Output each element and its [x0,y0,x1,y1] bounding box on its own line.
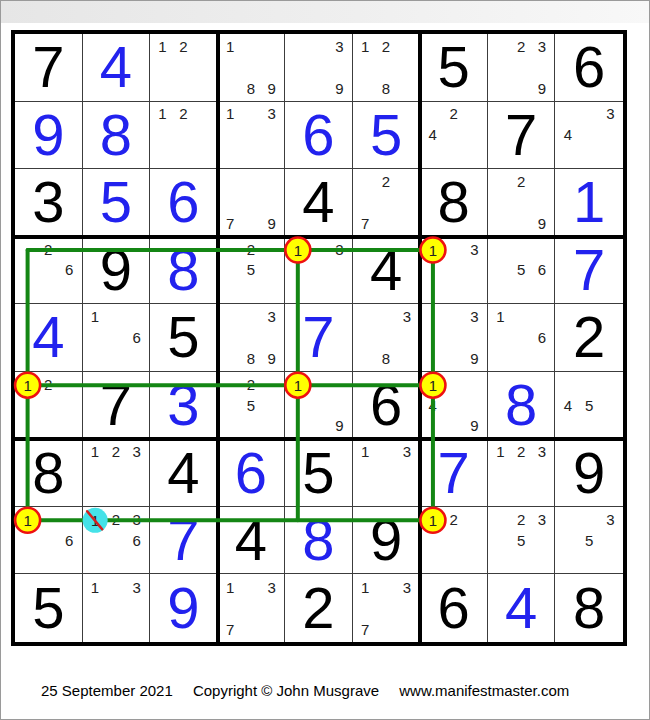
given-digit: 5 [302,444,334,502]
given-digit: 6 [370,376,402,434]
pencil-mark-4 [85,327,106,348]
pencil-mark-7 [17,415,38,436]
cell-r8c3: 7 [150,507,218,575]
pencil-mark-8 [511,213,532,234]
pencil-mark-4 [355,462,376,483]
pencil-mark-8 [241,280,262,301]
pencil-marks: 13 [83,574,150,642]
given-digit: 2 [302,579,334,637]
pencil-mark-8: 8 [241,78,262,99]
box-border-horizontal-2 [15,437,623,441]
pencil-mark-4 [152,57,173,78]
pencil-marks: 35 [555,507,623,574]
pencil-mark-5 [376,192,397,213]
pencil-mark-6: 6 [59,530,80,551]
pencil-mark-8 [579,145,600,166]
pencil-mark-7: 7 [355,619,376,640]
pencil-mark-2 [241,306,262,327]
pencil-mark-3 [59,509,80,530]
pencil-mark-1 [220,239,241,260]
solved-digit: 4 [32,308,64,366]
pencil-mark-9 [600,145,621,166]
pencil-mark-4 [490,57,511,78]
solved-digit: 8 [167,241,199,299]
pencil-mark-7 [490,483,511,504]
pencil-mark-7 [85,551,106,572]
pencil-marks: 12 [420,507,487,574]
pencil-mark-3: 3 [261,576,282,597]
cell-r6c9: 45 [555,372,623,440]
pencil-mark-1: 1 [85,306,106,327]
pencil-mark-3 [600,374,621,395]
pencil-mark-2 [308,239,329,260]
cell-r6c4: 25 [218,372,286,440]
pencil-mark-9 [126,483,147,504]
pencil-mark-7 [422,348,443,369]
pencil-mark-8 [376,213,397,234]
pencil-mark-4 [17,260,38,281]
cell-r3c4: 79 [218,169,286,237]
cell-r7c2: 123 [83,439,151,507]
pencil-mark-4 [355,57,376,78]
pencil-mark-1: 1 [17,509,38,530]
pencil-mark-7: 7 [220,619,241,640]
pencil-mark-2: 2 [38,374,59,395]
cell-r6c1: 12 [15,372,83,440]
pencil-mark-7 [490,213,511,234]
pencil-mark-4: 4 [422,124,443,145]
cell-r1c4: 189 [218,34,286,102]
cell-r9c9: 8 [555,574,623,642]
pencil-marks: 16 [15,507,82,574]
pencil-mark-9 [59,415,80,436]
pencil-mark-8 [376,483,397,504]
cell-r5c2: 16 [83,304,151,372]
given-digit: 3 [32,173,64,231]
cell-r9c5: 2 [285,574,353,642]
pencil-marks: 137 [353,574,420,642]
pencil-mark-1: 1 [287,239,308,260]
pencil-mark-6 [126,462,147,483]
pencil-mark-4: 4 [557,124,578,145]
pencil-mark-6: 6 [126,327,147,348]
pencil-mark-8 [241,213,262,234]
solved-digit: 9 [167,579,199,637]
pencil-mark-1: 1 [17,374,38,395]
pencil-marks: 79 [218,169,285,236]
pencil-mark-2 [443,374,464,395]
pencil-mark-4 [287,395,308,416]
pencil-mark-1: 1 [422,239,443,260]
pencil-mark-1 [220,171,241,192]
pencil-mark-3 [396,171,417,192]
cell-r2c3: 12 [150,102,218,170]
pencil-marks: 13 [353,439,420,506]
pencil-mark-6 [126,598,147,619]
given-digit: 5 [437,38,469,96]
pencil-mark-5 [241,598,262,619]
pencil-mark-6 [261,327,282,348]
solved-digit: 3 [167,376,199,434]
cell-r8c6: 9 [353,507,421,575]
pencil-marks: 1236 [83,507,150,574]
cell-r5c7: 39 [420,304,488,372]
pencil-mark-3: 3 [329,239,350,260]
pencil-mark-5 [241,192,262,213]
pencil-mark-1: 1 [85,441,106,462]
pencil-mark-4: 4 [557,395,578,416]
pencil-marks: 239 [488,34,555,101]
pencil-mark-1: 1 [220,576,241,597]
pencil-mark-3: 3 [396,576,417,597]
pencil-mark-4 [422,530,443,551]
pencil-mark-8 [173,145,194,166]
pencil-mark-1 [220,306,241,327]
pencil-mark-2 [443,239,464,260]
pencil-mark-2: 2 [443,104,464,125]
cell-r8c2: 1236 [83,507,151,575]
pencil-mark-8 [105,348,126,369]
pencil-mark-3 [396,36,417,57]
pencil-mark-5 [443,124,464,145]
pencil-mark-8 [511,280,532,301]
cell-r9c6: 137 [353,574,421,642]
pencil-mark-6 [59,395,80,416]
given-digit: 4 [302,173,334,231]
pencil-mark-6 [600,530,621,551]
pencil-mark-4 [557,530,578,551]
pencil-mark-8 [443,415,464,436]
cell-r9c7: 6 [420,574,488,642]
pencil-mark-2: 2 [511,171,532,192]
pencil-marks: 16 [83,304,150,371]
pencil-mark-6 [261,260,282,281]
pencil-marks: 24 [420,102,487,169]
pencil-mark-4 [220,327,241,348]
pencil-mark-6 [261,192,282,213]
pencil-mark-4 [490,462,511,483]
pencil-mark-8 [241,145,262,166]
pencil-mark-5: 5 [241,260,262,281]
pencil-mark-7: 7 [355,213,376,234]
cell-r9c3: 9 [150,574,218,642]
pencil-mark-4 [490,530,511,551]
pencil-mark-9 [396,78,417,99]
pencil-mark-3 [261,374,282,395]
cell-r4c1: 26 [15,237,83,305]
cell-r7c4: 6 [218,439,286,507]
pencil-mark-8 [511,78,532,99]
pencil-mark-9 [464,551,485,572]
cell-r2c1: 9 [15,102,83,170]
pencil-mark-6 [600,395,621,416]
pencil-mark-8 [308,415,329,436]
pencil-mark-8 [38,280,59,301]
pencil-mark-4 [85,462,106,483]
pencil-mark-7 [287,415,308,436]
pencil-mark-3 [464,104,485,125]
cell-r1c9: 6 [555,34,623,102]
pencil-mark-1: 1 [152,36,173,57]
pencil-mark-2: 2 [173,36,194,57]
pencil-mark-6 [396,57,417,78]
given-digit: 4 [235,511,267,569]
pencil-marks: 13 [420,237,487,304]
pencil-mark-5: 5 [241,395,262,416]
given-digit: 9 [100,241,132,299]
pencil-mark-6: 6 [532,260,553,281]
pencil-mark-8: 8 [376,348,397,369]
pencil-mark-2: 2 [443,509,464,530]
pencil-mark-1 [422,306,443,327]
cell-r1c7: 5 [420,34,488,102]
pencil-mark-9 [532,483,553,504]
pencil-marks: 123 [488,439,555,506]
cell-r1c2: 4 [83,34,151,102]
pencil-mark-1: 1 [287,374,308,395]
pencil-mark-9 [396,348,417,369]
pencil-mark-5: 5 [579,530,600,551]
pencil-mark-5: 5 [511,530,532,551]
sudoku-board-cells: 7412189391285239698121365247343567942782… [15,34,623,642]
pencil-mark-7 [490,78,511,99]
pencil-mark-5 [173,57,194,78]
cell-r4c9: 7 [555,237,623,305]
given-digit: 6 [573,38,605,96]
pencil-mark-9: 9 [464,348,485,369]
pencil-mark-3 [261,36,282,57]
pencil-mark-4 [152,124,173,145]
cell-r9c4: 137 [218,574,286,642]
pencil-mark-1: 1 [85,509,106,530]
pencil-mark-4 [220,395,241,416]
solved-digit: 4 [505,579,537,637]
pencil-mark-4 [490,327,511,348]
pencil-mark-3 [464,374,485,395]
pencil-mark-9 [126,619,147,640]
pencil-mark-4 [422,327,443,348]
cell-r7c1: 8 [15,439,83,507]
pencil-marks: 189 [218,34,285,101]
cell-r3c5: 4 [285,169,353,237]
pencil-mark-9 [396,619,417,640]
pencil-marks: 45 [555,372,623,439]
solved-digit: 6 [167,173,199,231]
pencil-mark-8: 8 [376,78,397,99]
pencil-mark-4 [220,260,241,281]
pencil-mark-3: 3 [261,104,282,125]
pencil-mark-2: 2 [173,104,194,125]
pencil-mark-7 [220,145,241,166]
pencil-marks: 13 [285,237,352,304]
pencil-marks: 235 [488,507,555,574]
pencil-mark-5 [308,57,329,78]
pencil-mark-2: 2 [241,374,262,395]
pencil-marks: 56 [488,237,555,304]
pencil-mark-3 [261,171,282,192]
pencil-mark-5 [105,530,126,551]
solved-digit: 8 [100,106,132,164]
cell-r9c2: 13 [83,574,151,642]
pencil-mark-2: 2 [511,441,532,462]
cell-r7c9: 9 [555,439,623,507]
pencil-mark-5 [173,124,194,145]
cell-r2c9: 34 [555,102,623,170]
pencil-mark-6 [532,462,553,483]
pencil-mark-4 [355,327,376,348]
solved-digit: 8 [302,511,334,569]
pencil-mark-1 [557,104,578,125]
box-border-horizontal-1 [15,235,623,239]
pencil-mark-5 [511,192,532,213]
pencil-mark-3: 3 [600,104,621,125]
pencil-mark-5 [443,395,464,416]
pencil-marks: 12 [150,34,217,101]
cell-r5c4: 389 [218,304,286,372]
pencil-mark-6 [396,598,417,619]
pencil-mark-8 [308,280,329,301]
pencil-mark-5 [376,462,397,483]
pencil-mark-4 [220,192,241,213]
pencil-marks: 29 [488,169,555,236]
cell-r2c6: 5 [353,102,421,170]
pencil-mark-6 [329,260,350,281]
cell-r3c9: 1 [555,169,623,237]
pencil-mark-6 [396,327,417,348]
given-digit: 9 [370,511,402,569]
pencil-mark-1: 1 [422,509,443,530]
given-digit: 4 [167,444,199,502]
pencil-mark-3: 3 [126,509,147,530]
cell-r6c7: 149 [420,372,488,440]
pencil-mark-3 [532,239,553,260]
cell-r4c4: 25 [218,237,286,305]
pencil-mark-6 [464,124,485,145]
pencil-mark-5 [511,327,532,348]
pencil-mark-9: 9 [261,78,282,99]
pencil-mark-6 [261,395,282,416]
pencil-mark-8 [579,551,600,572]
pencil-mark-2 [376,306,397,327]
given-digit: 8 [573,579,605,637]
cell-r5c1: 4 [15,304,83,372]
pencil-mark-7 [422,551,443,572]
pencil-mark-4: 4 [422,395,443,416]
pencil-mark-7 [490,280,511,301]
pencil-mark-1 [220,374,241,395]
cell-r4c3: 8 [150,237,218,305]
pencil-mark-7 [355,483,376,504]
pencil-mark-8 [241,415,262,436]
pencil-mark-1 [355,306,376,327]
cell-r7c3: 4 [150,439,218,507]
pencil-mark-8: 8 [241,348,262,369]
pencil-mark-2 [105,306,126,327]
pencil-mark-6 [261,598,282,619]
pencil-mark-8 [376,619,397,640]
pencil-mark-6 [464,327,485,348]
pencil-mark-2 [105,576,126,597]
pencil-mark-9 [59,551,80,572]
pencil-mark-4 [355,598,376,619]
cell-r3c1: 3 [15,169,83,237]
pencil-mark-3: 3 [532,441,553,462]
solved-digit: 7 [302,308,334,366]
pencil-marks: 39 [420,304,487,371]
pencil-mark-8 [443,348,464,369]
cell-r7c6: 13 [353,439,421,507]
pencil-mark-5: 5 [579,395,600,416]
solved-digit: 6 [235,444,267,502]
pencil-mark-1: 1 [355,441,376,462]
box-border-vertical-1 [216,34,220,642]
cell-r3c7: 8 [420,169,488,237]
pencil-mark-2: 2 [105,509,126,530]
pencil-mark-9 [600,415,621,436]
pencil-mark-3 [194,104,215,125]
pencil-mark-5 [579,124,600,145]
pencil-mark-5 [308,260,329,281]
pencil-mark-8 [38,415,59,436]
pencil-mark-2 [241,171,262,192]
cell-r6c2: 7 [83,372,151,440]
pencil-mark-4 [490,192,511,213]
pencil-mark-5 [511,57,532,78]
pencil-mark-3: 3 [126,441,147,462]
pencil-mark-2 [511,306,532,327]
pencil-mark-4 [17,395,38,416]
pencil-mark-4 [85,530,106,551]
pencil-mark-9 [194,145,215,166]
pencil-mark-9 [396,213,417,234]
cell-r4c6: 4 [353,237,421,305]
cell-r9c1: 5 [15,574,83,642]
pencil-mark-3: 3 [396,441,417,462]
cell-r5c5: 7 [285,304,353,372]
pencil-mark-7 [85,483,106,504]
pencil-mark-8 [511,348,532,369]
pencil-mark-2 [579,104,600,125]
pencil-mark-7 [17,280,38,301]
pencil-mark-8 [443,280,464,301]
pencil-mark-7 [220,415,241,436]
cell-r8c9: 35 [555,507,623,575]
cell-r8c4: 4 [218,507,286,575]
solved-digit: 7 [573,241,605,299]
cell-r4c7: 13 [420,237,488,305]
pencil-mark-5 [443,327,464,348]
pencil-mark-3: 3 [396,306,417,327]
pencil-marks: 39 [285,34,352,101]
pencil-mark-2 [241,36,262,57]
solved-digit: 7 [167,511,199,569]
pencil-marks: 123 [83,439,150,506]
pencil-mark-6 [464,530,485,551]
pencil-mark-3: 3 [600,509,621,530]
pencil-mark-3 [261,239,282,260]
pencil-mark-8 [579,415,600,436]
pencil-mark-7 [557,145,578,166]
pencil-mark-8 [105,619,126,640]
pencil-mark-4 [220,57,241,78]
pencil-mark-2: 2 [376,36,397,57]
pencil-mark-6 [600,124,621,145]
given-digit: 8 [437,173,469,231]
pencil-mark-3 [532,306,553,327]
cell-r3c3: 6 [150,169,218,237]
given-digit: 5 [32,579,64,637]
pencil-mark-4 [422,260,443,281]
